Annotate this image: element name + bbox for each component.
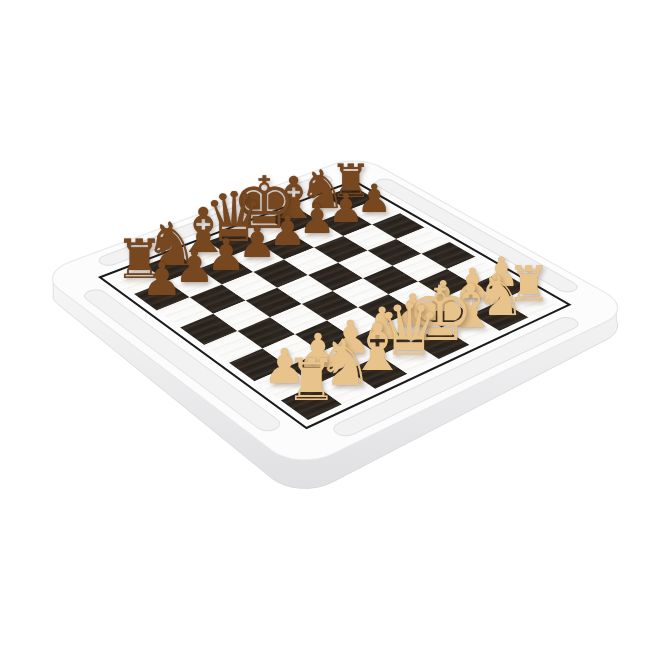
piece-white-rook-a1[interactable]: ♜ <box>285 352 337 410</box>
chess-set-photo: ♜♞♟♝♟♚♟♛♟♝♟♞♟♜♟♟♟♟♜♟♞♟♝♟♚♟♛♟♝♟♞♜ <box>0 0 660 660</box>
piece-black-pawn-a7[interactable]: ♟ <box>141 256 182 302</box>
